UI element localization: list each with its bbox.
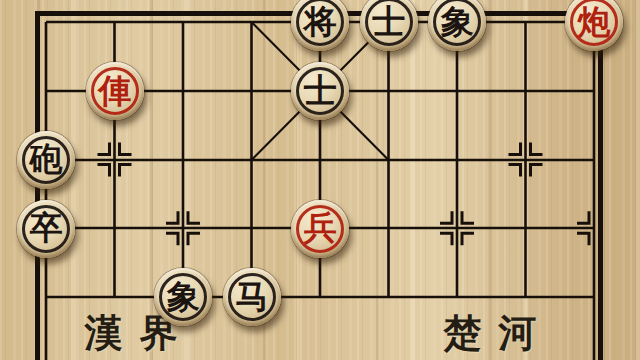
black-advisor-glyph: 士 xyxy=(372,5,405,38)
black-advisor-piece[interactable]: 士 xyxy=(360,0,418,51)
red-chariot-glyph: 俥 xyxy=(98,74,131,107)
black-elephant-glyph: 象 xyxy=(441,5,474,38)
black-horse-piece[interactable]: 马 xyxy=(223,268,281,326)
black-cannon-piece[interactable]: 砲 xyxy=(17,131,75,189)
red-soldier-piece[interactable]: 兵 xyxy=(291,200,349,258)
black-advisor-glyph: 士 xyxy=(304,74,337,107)
red-soldier-glyph: 兵 xyxy=(304,211,337,244)
black-advisor-piece[interactable]: 士 xyxy=(291,62,349,120)
black-elephant-piece[interactable]: 象 xyxy=(154,268,212,326)
black-general-piece[interactable]: 将 xyxy=(291,0,349,51)
xiangqi-board[interactable]: 漢界 楚河 将士象炮俥士砲卒兵象马 xyxy=(0,0,640,360)
black-soldier-glyph: 卒 xyxy=(30,211,63,244)
piece-layer: 将士象炮俥士砲卒兵象马 xyxy=(12,0,629,332)
black-soldier-piece[interactable]: 卒 xyxy=(17,200,75,258)
red-cannon-piece[interactable]: 炮 xyxy=(565,0,623,51)
black-elephant-piece[interactable]: 象 xyxy=(428,0,486,51)
black-cannon-glyph: 砲 xyxy=(30,142,63,175)
red-chariot-piece[interactable]: 俥 xyxy=(86,62,144,120)
black-general-glyph: 将 xyxy=(304,5,337,38)
red-cannon-glyph: 炮 xyxy=(578,5,611,38)
black-elephant-glyph: 象 xyxy=(167,280,200,313)
black-horse-glyph: 马 xyxy=(235,280,268,313)
